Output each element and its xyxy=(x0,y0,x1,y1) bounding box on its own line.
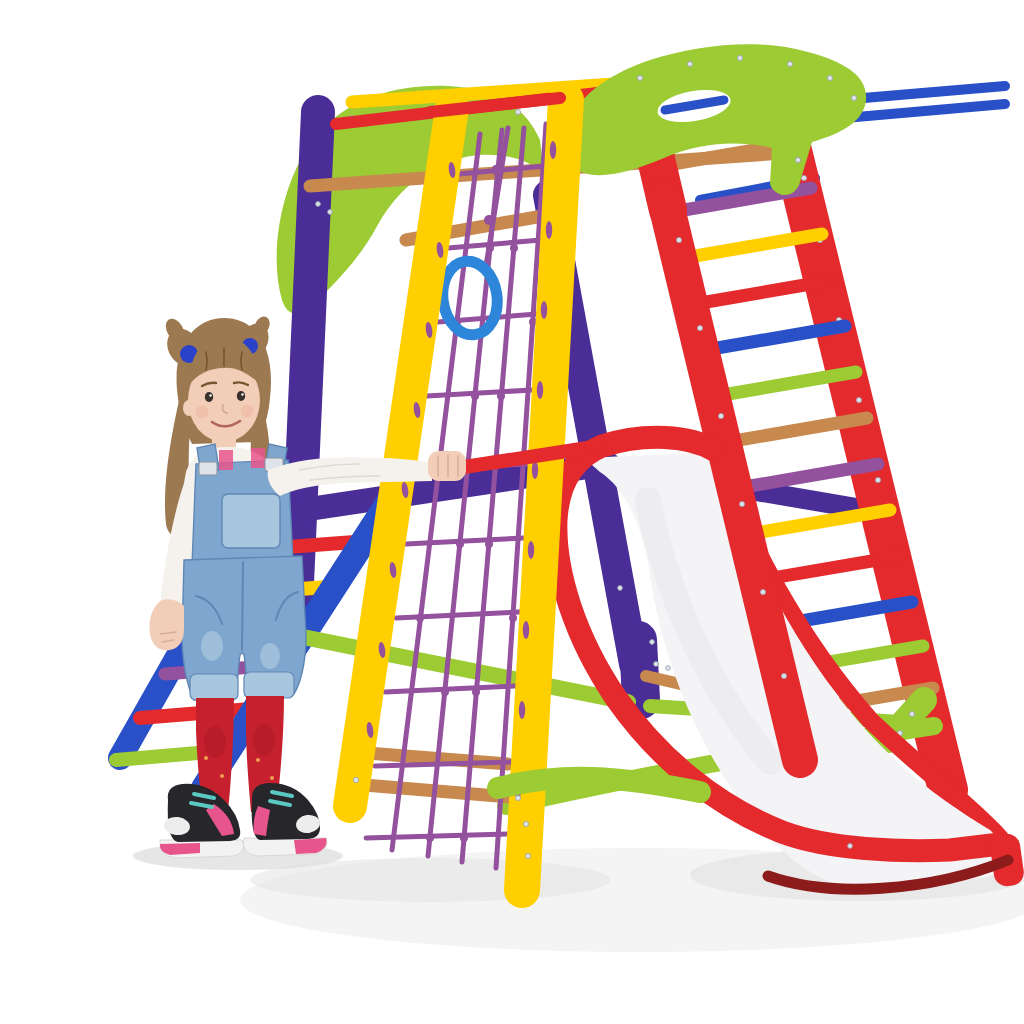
sneaker-right xyxy=(243,783,327,856)
bib-pocket xyxy=(222,494,280,548)
eye-left xyxy=(205,392,213,402)
arch-panel-right xyxy=(565,44,866,195)
product-photo: Toddler girl standing beside a colorful … xyxy=(0,0,1024,1024)
buckle-left xyxy=(199,462,217,475)
cuff-left xyxy=(190,674,238,700)
cuff-right xyxy=(244,672,294,698)
purple-foot xyxy=(638,640,641,700)
hand-left xyxy=(150,599,185,650)
shirt-print-right xyxy=(251,448,265,468)
shirt-print-left xyxy=(219,450,233,470)
sneaker-left xyxy=(160,784,244,858)
bottom-dowels xyxy=(352,752,510,797)
gym-ring xyxy=(438,258,502,339)
hand-right xyxy=(428,451,466,481)
photo-canvas: Toddler girl standing beside a colorful … xyxy=(0,0,1024,1024)
eye-right xyxy=(237,391,245,401)
